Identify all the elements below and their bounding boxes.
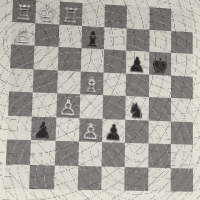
square-e7 — [78, 141, 102, 166]
photo-frame: ♖♔♖♙♝♟♚♗♙♞♟♙♟ — [0, 0, 200, 200]
square-g1: ♔ — [36, 0, 60, 24]
square-b1 — [149, 7, 171, 30]
square-d2 — [104, 27, 127, 51]
square-g8 — [29, 164, 54, 189]
square-d8 — [101, 166, 125, 191]
square-f5: ♙ — [56, 93, 80, 117]
square-a6 — [171, 121, 193, 145]
white-pawn: ♙ — [13, 24, 34, 47]
square-f4 — [57, 70, 81, 94]
square-b8 — [148, 167, 171, 191]
square-b7 — [148, 143, 171, 167]
square-c5: ♞ — [126, 96, 149, 120]
black-knight: ♞ — [127, 98, 147, 121]
square-b3: ♚ — [149, 52, 171, 76]
square-c8 — [125, 167, 148, 191]
white-bishop: ♗ — [82, 73, 102, 96]
square-f8 — [54, 165, 79, 190]
square-d3 — [104, 49, 127, 73]
square-e2: ♝ — [81, 25, 104, 49]
square-e4: ♗ — [80, 71, 104, 95]
square-c6 — [125, 119, 148, 143]
square-a5 — [171, 98, 193, 122]
black-pawn: ♟ — [33, 118, 54, 142]
square-e3 — [81, 48, 104, 72]
square-c4 — [126, 73, 149, 97]
square-e8 — [77, 166, 101, 191]
square-h3 — [10, 44, 35, 68]
square-a7 — [171, 144, 193, 168]
square-g7 — [30, 140, 55, 165]
square-g3 — [34, 46, 58, 70]
square-h4 — [9, 68, 34, 93]
black-king: ♚ — [150, 54, 169, 77]
square-h7 — [6, 139, 31, 164]
white-pawn: ♙ — [80, 120, 100, 144]
white-pawn: ♙ — [57, 95, 78, 119]
square-c1 — [127, 6, 149, 29]
square-e1 — [82, 3, 105, 27]
square-g4 — [33, 69, 57, 93]
square-c2 — [127, 28, 149, 52]
black-pawn: ♟ — [104, 121, 124, 145]
square-f2 — [58, 24, 82, 48]
square-h8 — [5, 164, 30, 189]
square-h6 — [7, 115, 32, 140]
square-e6: ♙ — [79, 118, 103, 142]
square-a8 — [170, 168, 193, 192]
square-c3: ♟ — [126, 50, 149, 74]
square-h5 — [8, 91, 33, 116]
square-c7 — [125, 143, 148, 167]
square-d7 — [102, 142, 126, 166]
square-d4 — [103, 72, 126, 96]
square-g6: ♟ — [31, 116, 56, 141]
square-g5 — [32, 92, 57, 117]
square-d5 — [103, 95, 126, 119]
square-f1: ♖ — [59, 2, 83, 26]
square-b6 — [148, 120, 171, 144]
square-a3 — [171, 53, 193, 76]
square-g2 — [35, 23, 59, 47]
square-d1 — [104, 4, 127, 28]
white-king: ♔ — [37, 2, 58, 25]
square-b2 — [149, 29, 171, 52]
square-b4 — [148, 74, 170, 98]
chess-board-grid: ♖♔♖♙♝♟♚♗♙♞♟♙♟ — [5, 0, 193, 192]
square-f6 — [55, 117, 79, 142]
square-a4 — [171, 75, 193, 99]
square-h1: ♖ — [12, 0, 36, 23]
square-d6: ♟ — [102, 119, 125, 143]
square-f3 — [57, 47, 81, 71]
square-b5 — [148, 97, 171, 121]
white-rook: ♖ — [60, 4, 80, 27]
square-f7 — [54, 141, 78, 166]
square-h2: ♙ — [11, 21, 35, 45]
white-rook: ♖ — [14, 1, 35, 24]
square-a1 — [171, 9, 193, 32]
square-a2 — [171, 31, 193, 54]
black-bishop: ♝ — [83, 28, 103, 51]
square-e5 — [79, 94, 103, 118]
chess-board: ♖♔♖♙♝♟♚♗♙♞♟♙♟ — [0, 0, 200, 200]
black-pawn: ♟ — [128, 53, 147, 76]
